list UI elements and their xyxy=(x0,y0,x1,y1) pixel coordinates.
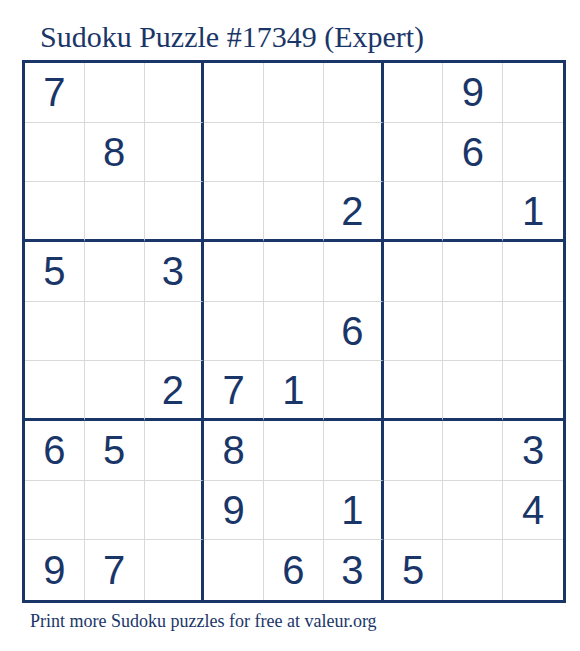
sudoku-cell-r4c2[interactable] xyxy=(85,242,145,302)
sudoku-cell-r4c3[interactable]: 3 xyxy=(145,242,205,302)
sudoku-cell-r9c3[interactable] xyxy=(145,540,205,600)
sudoku-cell-r9c6[interactable]: 3 xyxy=(324,540,384,600)
sudoku-cell-r1c3[interactable] xyxy=(145,63,205,123)
sudoku-cell-r6c9[interactable] xyxy=(503,361,563,421)
sudoku-cell-r2c4[interactable] xyxy=(204,123,264,183)
sudoku-cell-r6c7[interactable] xyxy=(384,361,444,421)
sudoku-cell-r5c7[interactable] xyxy=(384,302,444,362)
page-title: Sudoku Puzzle #17349 (Expert) xyxy=(40,20,424,53)
sudoku-cell-r9c8[interactable] xyxy=(443,540,503,600)
sudoku-cell-r4c5[interactable] xyxy=(264,242,324,302)
footer-text: Print more Sudoku puzzles for free at va… xyxy=(30,611,377,632)
sudoku-cell-r4c8[interactable] xyxy=(443,242,503,302)
sudoku-cell-r8c7[interactable] xyxy=(384,481,444,541)
sudoku-cell-r2c3[interactable] xyxy=(145,123,205,183)
sudoku-cell-r5c6[interactable]: 6 xyxy=(324,302,384,362)
sudoku-cell-r6c2[interactable] xyxy=(85,361,145,421)
sudoku-cell-r5c9[interactable] xyxy=(503,302,563,362)
sudoku-cell-r3c1[interactable] xyxy=(25,182,85,242)
sudoku-cell-r9c2[interactable]: 7 xyxy=(85,540,145,600)
sudoku-cell-r2c8[interactable]: 6 xyxy=(443,123,503,183)
sudoku-cell-r9c5[interactable]: 6 xyxy=(264,540,324,600)
sudoku-cell-r5c3[interactable] xyxy=(145,302,205,362)
sudoku-cell-r6c8[interactable] xyxy=(443,361,503,421)
sudoku-cell-r5c4[interactable] xyxy=(204,302,264,362)
sudoku-cell-r4c4[interactable] xyxy=(204,242,264,302)
sudoku-cell-r1c8[interactable]: 9 xyxy=(443,63,503,123)
sudoku-cell-r3c2[interactable] xyxy=(85,182,145,242)
sudoku-cell-r2c1[interactable] xyxy=(25,123,85,183)
sudoku-cell-r6c5[interactable]: 1 xyxy=(264,361,324,421)
sudoku-cell-r2c2[interactable]: 8 xyxy=(85,123,145,183)
sudoku-cell-r9c4[interactable] xyxy=(204,540,264,600)
sudoku-cell-r3c4[interactable] xyxy=(204,182,264,242)
sudoku-cell-r7c2[interactable]: 5 xyxy=(85,421,145,481)
sudoku-cell-r9c1[interactable]: 9 xyxy=(25,540,85,600)
sudoku-cell-r9c9[interactable] xyxy=(503,540,563,600)
sudoku-cell-r2c6[interactable] xyxy=(324,123,384,183)
sudoku-cell-r8c3[interactable] xyxy=(145,481,205,541)
sudoku-cell-r6c3[interactable]: 2 xyxy=(145,361,205,421)
sudoku-cell-r8c1[interactable] xyxy=(25,481,85,541)
sudoku-cell-r1c5[interactable] xyxy=(264,63,324,123)
sudoku-cell-r8c4[interactable]: 9 xyxy=(204,481,264,541)
sudoku-cell-r3c7[interactable] xyxy=(384,182,444,242)
sudoku-cell-r8c8[interactable] xyxy=(443,481,503,541)
sudoku-cell-r3c5[interactable] xyxy=(264,182,324,242)
sudoku-cell-r5c1[interactable] xyxy=(25,302,85,362)
sudoku-cell-r5c2[interactable] xyxy=(85,302,145,362)
sudoku-cell-r3c6[interactable]: 2 xyxy=(324,182,384,242)
sudoku-cell-r4c9[interactable] xyxy=(503,242,563,302)
sudoku-cell-r7c7[interactable] xyxy=(384,421,444,481)
sudoku-cell-r4c7[interactable] xyxy=(384,242,444,302)
sudoku-cell-r6c1[interactable] xyxy=(25,361,85,421)
sudoku-cell-r7c6[interactable] xyxy=(324,421,384,481)
sudoku-cell-r6c4[interactable]: 7 xyxy=(204,361,264,421)
sudoku-cell-r8c2[interactable] xyxy=(85,481,145,541)
sudoku-cell-r8c6[interactable]: 1 xyxy=(324,481,384,541)
sudoku-cell-r7c4[interactable]: 8 xyxy=(204,421,264,481)
sudoku-cell-r7c8[interactable] xyxy=(443,421,503,481)
sudoku-cell-r7c1[interactable]: 6 xyxy=(25,421,85,481)
sudoku-cell-r7c5[interactable] xyxy=(264,421,324,481)
sudoku-cell-r4c1[interactable]: 5 xyxy=(25,242,85,302)
sudoku-cell-r3c8[interactable] xyxy=(443,182,503,242)
sudoku-cell-r7c3[interactable] xyxy=(145,421,205,481)
sudoku-board: 798621536271658391497635 xyxy=(22,60,566,603)
sudoku-cell-r3c9[interactable]: 1 xyxy=(503,182,563,242)
sudoku-cell-r3c3[interactable] xyxy=(145,182,205,242)
sudoku-cell-r8c5[interactable] xyxy=(264,481,324,541)
sudoku-cell-r1c7[interactable] xyxy=(384,63,444,123)
sudoku-cell-r2c5[interactable] xyxy=(264,123,324,183)
sudoku-cell-r8c9[interactable]: 4 xyxy=(503,481,563,541)
sudoku-cell-r2c9[interactable] xyxy=(503,123,563,183)
sudoku-cell-r7c9[interactable]: 3 xyxy=(503,421,563,481)
sudoku-cell-r5c8[interactable] xyxy=(443,302,503,362)
sudoku-cell-r1c6[interactable] xyxy=(324,63,384,123)
sudoku-cell-r4c6[interactable] xyxy=(324,242,384,302)
sudoku-cell-r5c5[interactable] xyxy=(264,302,324,362)
sudoku-cell-r1c4[interactable] xyxy=(204,63,264,123)
sudoku-cell-r2c7[interactable] xyxy=(384,123,444,183)
sudoku-cell-r1c9[interactable] xyxy=(503,63,563,123)
sudoku-cell-r6c6[interactable] xyxy=(324,361,384,421)
sudoku-cell-r1c1[interactable]: 7 xyxy=(25,63,85,123)
sudoku-cell-r1c2[interactable] xyxy=(85,63,145,123)
sudoku-page: Sudoku Puzzle #17349 (Expert) 7986215362… xyxy=(0,0,580,651)
sudoku-cell-r9c7[interactable]: 5 xyxy=(384,540,444,600)
